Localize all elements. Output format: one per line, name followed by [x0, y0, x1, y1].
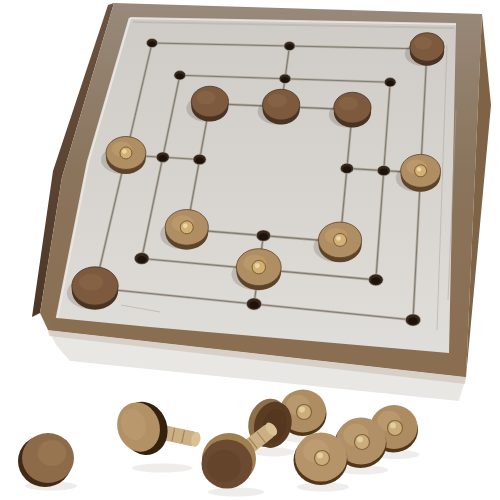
peg-highlight: [357, 437, 363, 443]
peg-top: [388, 421, 403, 436]
peg-top: [315, 451, 330, 466]
piece-highlight: [38, 440, 67, 466]
hole-depth-g1: [408, 317, 418, 324]
peg-highlight: [299, 407, 305, 413]
loose-pieces: [18, 390, 420, 497]
point-d3[interactable]: [256, 230, 270, 241]
hole-depth-b4: [159, 155, 167, 161]
hole-depth-d6: [281, 77, 288, 83]
point-f6[interactable]: [384, 78, 396, 87]
peg-highlight: [417, 167, 421, 171]
point-c4[interactable]: [193, 154, 206, 164]
loose-shadow: [254, 448, 294, 457]
point-f2[interactable]: [369, 274, 384, 286]
loose-2-dark[interactable]: [111, 395, 202, 462]
hole-depth-f6: [386, 80, 393, 86]
peg-highlight: [317, 453, 323, 459]
piece-highlight: [414, 37, 432, 50]
point-b6[interactable]: [174, 71, 186, 80]
piece-highlight: [339, 97, 358, 111]
board-photo-svg: [0, 0, 500, 500]
piece-highlight: [196, 91, 215, 105]
point-g1[interactable]: [405, 314, 420, 326]
point-d7[interactable]: [284, 41, 295, 50]
hole-depth-b2: [137, 256, 146, 263]
hole-depth-f4: [380, 168, 388, 174]
point-d6[interactable]: [279, 74, 291, 83]
peg-highlight: [122, 149, 126, 153]
piece-highlight: [267, 94, 286, 108]
piece-shade: [207, 450, 241, 482]
point-b2[interactable]: [134, 253, 149, 265]
hole-depth-e4: [343, 166, 351, 172]
hole-depth-d3: [259, 233, 268, 240]
point-d1[interactable]: [246, 298, 261, 310]
piece-highlight: [79, 273, 103, 290]
point-a7[interactable]: [146, 38, 157, 47]
point-e4[interactable]: [340, 163, 353, 173]
nine-mens-morris-photo: Nine Men's Morris: [0, 0, 500, 500]
point-b4[interactable]: [156, 152, 169, 162]
peg-highlight: [336, 236, 341, 241]
peg-highlight: [255, 263, 260, 268]
point-f4[interactable]: [377, 165, 390, 175]
peg-top: [297, 405, 312, 420]
peg-highlight: [390, 423, 396, 429]
peg-top: [355, 435, 370, 450]
hole-depth-b6: [176, 73, 183, 79]
hole-depth-f2: [371, 277, 380, 284]
loose-shadow: [208, 488, 264, 497]
hole-depth-a7: [148, 41, 155, 46]
hole-depth-d1: [249, 301, 259, 308]
loose-disc: [111, 395, 175, 462]
loose-shadow: [132, 464, 192, 473]
hole-depth-c4: [195, 157, 203, 163]
loose-1-dark[interactable]: [18, 433, 74, 487]
peg-highlight: [183, 223, 188, 228]
hole-depth-d7: [286, 44, 293, 49]
